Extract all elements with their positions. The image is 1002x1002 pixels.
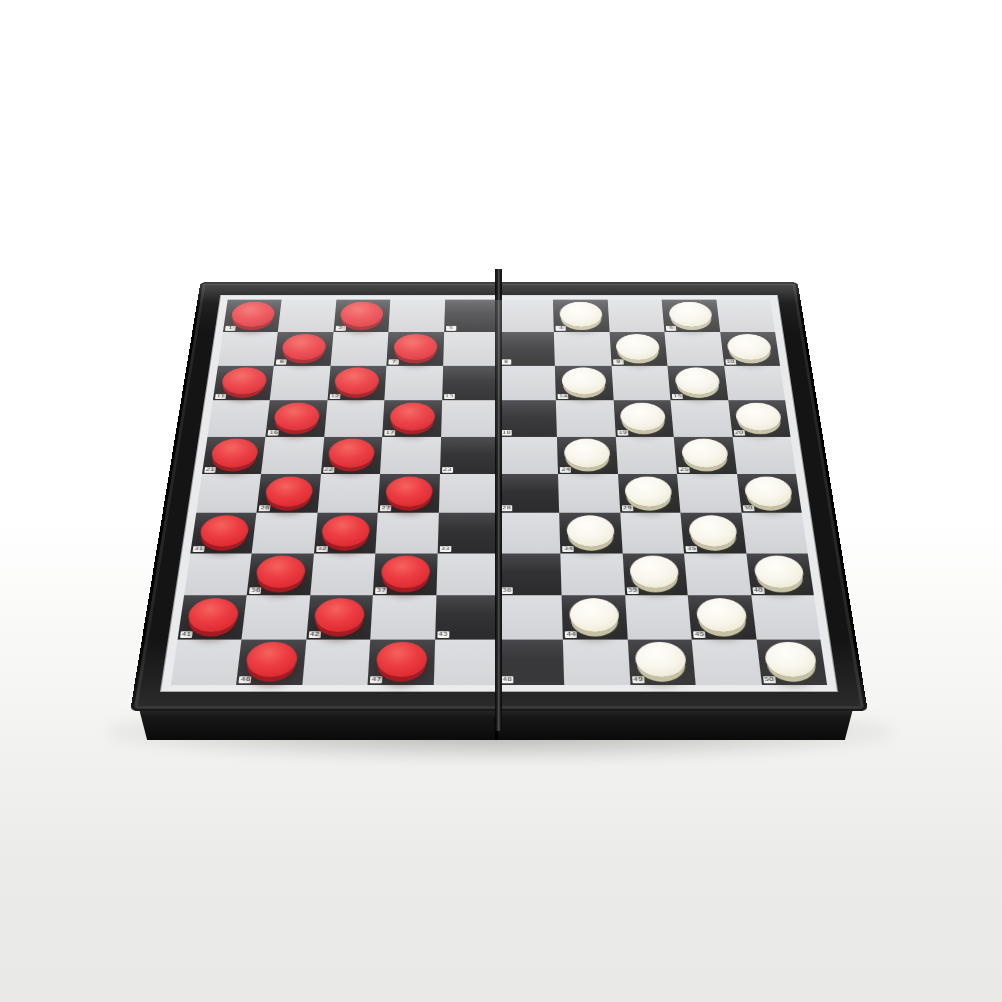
square-number-label: 6 [276,359,287,364]
board-square[interactable] [499,595,563,639]
square-number-label: 11 [215,394,226,399]
square-number-label: 21 [204,467,216,473]
square-number-label: 1 [225,326,236,331]
board-square[interactable] [385,366,443,401]
square-number-label: 34 [563,546,575,552]
checker-piece-white[interactable] [559,302,602,327]
board-square[interactable]: 39 [622,553,687,595]
square-number-label: 18 [501,430,512,436]
checker-piece-white[interactable] [744,476,794,506]
board-square[interactable] [324,400,384,436]
board-square[interactable] [556,400,615,436]
board-square[interactable]: 44 [562,595,628,639]
square-number-label: 8 [501,359,511,364]
draughts-board: 1234567891011121314151617181920212223242… [130,282,868,711]
checker-piece-white[interactable] [616,334,661,360]
square-number-label: 22 [323,467,334,473]
square-number-label: 32 [316,546,328,552]
square-number-label: 13 [444,394,455,399]
board-square[interactable] [433,639,499,685]
board-square[interactable] [242,595,310,639]
checker-piece-red[interactable] [220,368,267,395]
checker-piece-white[interactable] [635,642,688,677]
board-square[interactable] [270,366,330,401]
board-square[interactable]: 20 [728,400,791,436]
board-square[interactable]: 6 [274,332,333,366]
square-number-label: 20 [733,430,744,436]
checker-piece-white[interactable] [674,368,721,395]
board-square[interactable]: 25 [674,437,737,474]
square-number-label: 31 [193,546,205,552]
board-square[interactable]: 50 [756,639,827,685]
board-square[interactable] [608,300,665,332]
square-number-label: 42 [308,631,320,638]
square-number-label: 43 [437,631,449,638]
board-square[interactable] [611,366,670,401]
square-number-label: 14 [558,394,569,399]
square-number-label: 50 [763,676,776,683]
square-number-label: 24 [560,467,571,473]
checker-piece-red[interactable] [264,476,314,506]
board-square[interactable] [692,639,762,685]
board-square[interactable] [751,595,820,639]
board-square[interactable] [302,639,370,685]
board-square[interactable] [625,595,692,639]
checker-piece-white[interactable] [566,515,615,546]
board-square[interactable] [677,474,741,513]
square-number-label: 17 [384,430,395,436]
square-number-label: 38 [501,588,513,594]
board-square[interactable]: 11 [213,366,274,401]
checker-piece-red[interactable] [230,302,276,327]
board-square[interactable]: 22 [321,437,383,474]
board-square[interactable]: 46 [237,639,307,685]
checker-piece-red[interactable] [376,642,428,677]
board-square[interactable]: 9 [609,332,667,366]
square-number-label: 36 [249,588,261,594]
checker-piece-red[interactable] [198,515,249,546]
board-square[interactable]: 38 [499,553,562,595]
board-square[interactable]: 31 [190,513,257,553]
board-square[interactable]: 23 [440,437,499,474]
checker-piece-white[interactable] [620,403,667,431]
square-number-label: 46 [239,676,252,683]
board-square[interactable]: 43 [435,595,499,639]
board-square[interactable] [499,366,556,401]
board-square[interactable] [499,300,554,332]
square-number-label: 45 [693,631,705,638]
board-square[interactable]: 13 [442,366,499,401]
board-square[interactable]: 27 [378,474,440,513]
board-square[interactable]: 4 [553,300,609,332]
board-square[interactable] [317,474,380,513]
checker-piece-white[interactable] [630,556,681,589]
board-square[interactable] [376,513,439,553]
checker-piece-red[interactable] [321,515,371,546]
checker-piece-white[interactable] [564,439,611,468]
checker-piece-red[interactable] [281,334,327,360]
square-number-label: 25 [679,467,691,473]
board-square[interactable] [443,332,499,366]
square-number-label: 37 [375,588,387,594]
board-square[interactable]: 42 [306,595,373,639]
board-square[interactable]: 41 [178,595,247,639]
board-square[interactable] [310,553,375,595]
checker-piece-red[interactable] [334,368,380,395]
square-number-label: 10 [725,359,736,364]
square-number-label: 19 [617,430,628,436]
photo-backdrop: 1234567891011121314151617181920212223242… [0,0,1002,1002]
scene: 1234567891011121314151617181920212223242… [169,144,829,804]
board-square[interactable] [370,595,436,639]
board-square[interactable]: 21 [202,437,266,474]
board-square[interactable] [330,332,388,366]
square-number-label: 30 [742,506,754,512]
board-square[interactable] [684,553,751,595]
board-square[interactable]: 40 [746,553,814,595]
checker-piece-white[interactable] [625,476,674,506]
board-square[interactable] [436,553,499,595]
board-square[interactable]: 2 [333,300,390,332]
checker-piece-red[interactable] [210,439,259,468]
board-square[interactable]: 24 [557,437,618,474]
checker-piece-red[interactable] [273,403,321,431]
checker-piece-red[interactable] [328,439,376,468]
board-square[interactable]: 10 [720,332,780,366]
checker-piece-red[interactable] [186,598,240,632]
board-square[interactable] [171,639,242,685]
square-number-label: 27 [380,506,392,512]
checker-piece-white[interactable] [753,556,806,589]
square-number-label: 29 [622,506,634,512]
board-square[interactable] [724,366,785,401]
board-square[interactable]: 16 [266,400,327,436]
square-number-label: 16 [268,430,279,436]
square-number-label: 4 [556,326,566,331]
square-number-label: 12 [329,394,340,399]
checker-piece-red[interactable] [245,642,299,677]
board-square[interactable] [438,474,499,513]
board-square[interactable]: 37 [373,553,437,595]
board-square[interactable] [563,639,630,685]
board-square[interactable] [380,437,441,474]
board-square[interactable]: 19 [613,400,673,436]
board-square[interactable] [732,437,796,474]
square-number-label: 47 [370,676,383,683]
checker-piece-red[interactable] [393,334,437,360]
checker-piece-red[interactable] [340,302,384,327]
checker-piece-white[interactable] [668,302,713,327]
board-square[interactable]: 29 [618,474,681,513]
board-square[interactable]: 17 [382,400,441,436]
checker-piece-red[interactable] [314,598,366,632]
square-number-label: 3 [446,326,456,331]
board-square[interactable] [716,300,775,332]
board-square[interactable] [184,553,252,595]
board-square[interactable] [499,513,561,553]
board-square[interactable] [558,474,620,513]
checker-piece-red[interactable] [255,556,307,589]
board-square[interactable] [665,332,724,366]
board-square[interactable] [389,300,445,332]
square-number-label: 28 [501,506,512,512]
board-square[interactable]: 3 [444,300,499,332]
board-square[interactable]: 33 [437,513,499,553]
board-square[interactable]: 30 [737,474,802,513]
board-square[interactable] [208,400,271,436]
square-number-label: 23 [442,467,453,473]
square-number-label: 40 [752,588,764,594]
checker-piece-red[interactable] [381,556,431,589]
board-square[interactable]: 45 [688,595,756,639]
board-square[interactable]: 12 [327,366,386,401]
board-square[interactable] [218,332,278,366]
checker-piece-white[interactable] [726,334,773,360]
board-square[interactable]: 26 [257,474,321,513]
checker-piece-white[interactable] [562,368,607,395]
board-square[interactable]: 35 [681,513,746,553]
square-number-label: 5 [666,326,677,331]
checker-piece-red[interactable] [389,403,435,431]
board-square[interactable]: 8 [499,332,555,366]
square-number-label: 48 [501,676,513,683]
board-square[interactable]: 7 [387,332,444,366]
square-number-label: 26 [259,506,271,512]
checker-piece-white[interactable] [695,598,748,632]
square-number-label: 49 [632,676,645,683]
board-square[interactable]: 1 [223,300,282,332]
board-square[interactable]: 48 [499,639,565,685]
board-square[interactable] [261,437,324,474]
board-square[interactable]: 47 [368,639,435,685]
board-square[interactable]: 18 [499,400,557,436]
board-square[interactable] [278,300,336,332]
board-square[interactable] [620,513,684,553]
board-square[interactable] [616,437,678,474]
board-square[interactable]: 15 [668,366,728,401]
board-square[interactable]: 49 [628,639,696,685]
board-square[interactable]: 36 [247,553,314,595]
board-square[interactable]: 28 [499,474,560,513]
board-fold-seam [494,269,502,731]
board-square[interactable]: 34 [560,513,623,553]
square-number-label: 9 [613,359,624,364]
board-square[interactable] [671,400,732,436]
board-square[interactable] [252,513,317,553]
board-square[interactable]: 14 [555,366,613,401]
square-number-label: 2 [335,326,346,331]
square-number-label: 33 [439,546,451,552]
board-square[interactable] [561,553,625,595]
square-number-label: 15 [672,394,683,399]
square-number-label: 39 [627,588,639,594]
checker-piece-white[interactable] [735,403,783,431]
checker-piece-white[interactable] [569,598,620,632]
board-square[interactable]: 5 [662,300,720,332]
checker-piece-white[interactable] [764,642,819,677]
square-number-label: 44 [565,631,577,638]
board-square[interactable]: 32 [314,513,378,553]
square-number-label: 7 [389,359,400,364]
square-number-label: 41 [180,631,193,638]
board-square[interactable] [196,474,261,513]
checker-piece-white[interactable] [681,439,730,468]
checker-piece-red[interactable] [385,476,433,506]
board-square[interactable] [441,400,499,436]
board-square[interactable] [554,332,611,366]
board-square[interactable] [499,437,558,474]
checker-piece-white[interactable] [688,515,739,546]
board-square[interactable] [741,513,808,553]
square-number-label: 35 [686,546,698,552]
